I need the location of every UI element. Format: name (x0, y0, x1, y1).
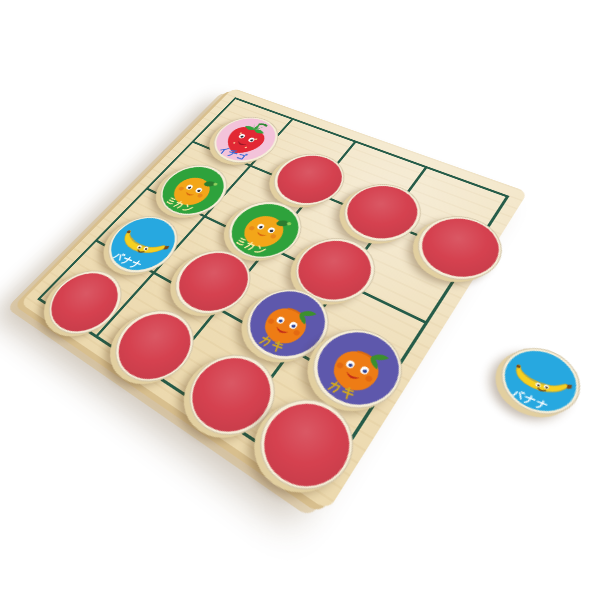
scene (0, 0, 600, 600)
game-board (20, 88, 528, 511)
disc-banana[interactable] (489, 336, 592, 428)
banana-icon (493, 340, 587, 424)
disc-face (493, 340, 587, 424)
board-plane (20, 88, 528, 511)
